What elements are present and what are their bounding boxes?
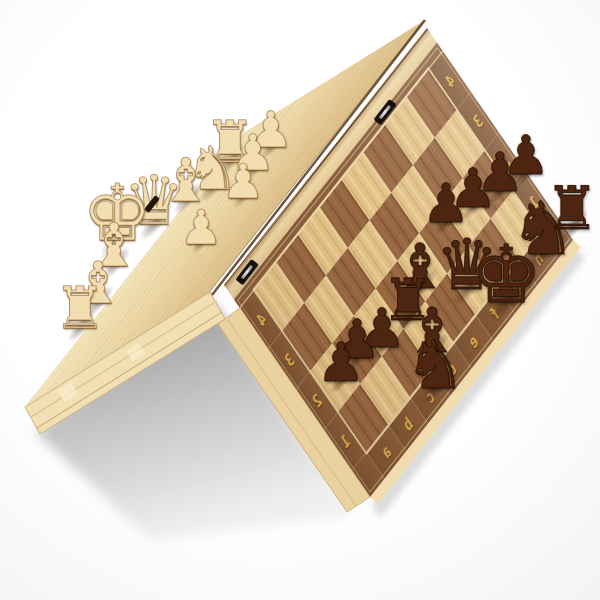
light-rook: ♜ [54,279,106,337]
chess-set-product-photo: 44332211hgfedcba ♟♜♟♟♞♟♟♝♟♟♛♜♚♟♞♝♝♛♚♝♜♜♟… [0,0,600,600]
dark-pawn: ♟ [422,177,470,231]
dark-king: ♚ [470,235,542,315]
dark-knight: ♞ [405,331,466,399]
light-pawn: ♟ [179,203,222,251]
light-pawn: ♟ [221,157,264,205]
dark-pawn: ♟ [317,336,365,390]
